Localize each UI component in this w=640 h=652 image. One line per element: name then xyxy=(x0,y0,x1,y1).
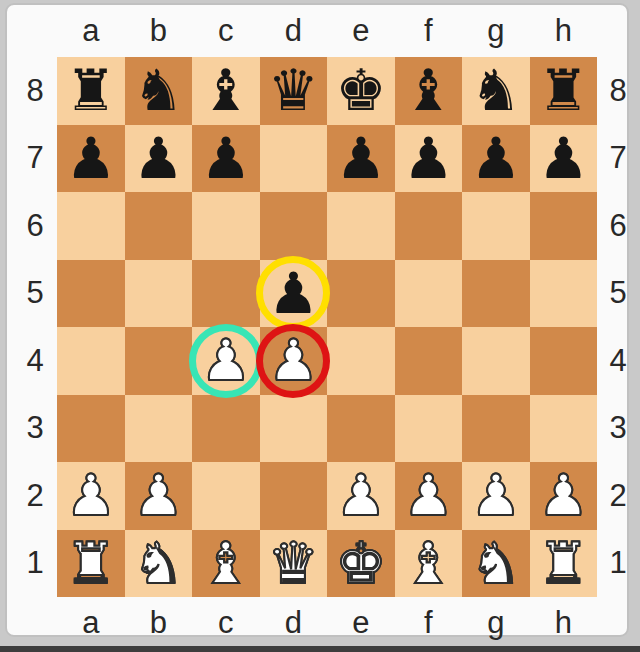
rank-label-3: 3 xyxy=(16,395,54,463)
piece-white-knight-g1[interactable]: ♞ xyxy=(462,530,530,598)
empty-a3 xyxy=(57,395,125,463)
piece-white-bishop-c1[interactable]: ♝ xyxy=(192,530,260,598)
file-label-f: f xyxy=(395,13,463,49)
piece-black-pawn-b7[interactable]: ♟ xyxy=(125,125,193,193)
file-label-g: g xyxy=(462,605,530,641)
piece-white-pawn-c4[interactable]: ♟ xyxy=(192,327,260,395)
empty-e6 xyxy=(327,192,395,260)
bottom-dark-bar xyxy=(0,646,640,652)
piece-black-king-e8[interactable]: ♚ xyxy=(327,57,395,125)
empty-b3 xyxy=(125,395,193,463)
piece-black-pawn-a7[interactable]: ♟ xyxy=(57,125,125,193)
piece-white-rook-h1[interactable]: ♜ xyxy=(530,530,598,598)
rank-label-1: 1 xyxy=(16,530,54,598)
empty-h5 xyxy=(530,260,598,328)
empty-f4 xyxy=(395,327,463,395)
piece-black-pawn-c7[interactable]: ♟ xyxy=(192,125,260,193)
empty-c6 xyxy=(192,192,260,260)
piece-black-bishop-f8[interactable]: ♝ xyxy=(395,57,463,125)
rank-label-6: 6 xyxy=(16,192,54,260)
empty-b6 xyxy=(125,192,193,260)
piece-white-knight-b1[interactable]: ♞ xyxy=(125,530,193,598)
empty-d2 xyxy=(260,462,328,530)
piece-black-knight-b8[interactable]: ♞ xyxy=(125,57,193,125)
file-label-g: g xyxy=(462,13,530,49)
rank-label-2: 2 xyxy=(16,462,54,530)
rank-label-7: 7 xyxy=(599,125,637,193)
file-label-c: c xyxy=(192,605,260,641)
rank-label-4: 4 xyxy=(599,327,637,395)
piece-black-rook-h8[interactable]: ♜ xyxy=(530,57,598,125)
empty-f6 xyxy=(395,192,463,260)
empty-b5 xyxy=(125,260,193,328)
piece-white-king-e1[interactable]: ♚ xyxy=(327,530,395,598)
pieces-layer: ♜♞♝♛♚♝♞♜♟♟♟♟♟♟♟♟♟♟♟♟♟♟♟♟♜♞♝♛♚♝♞♜ xyxy=(57,57,597,597)
empty-d6 xyxy=(260,192,328,260)
empty-a4 xyxy=(57,327,125,395)
file-label-b: b xyxy=(125,13,193,49)
file-label-h: h xyxy=(530,605,598,641)
empty-a6 xyxy=(57,192,125,260)
empty-c3 xyxy=(192,395,260,463)
piece-black-pawn-g7[interactable]: ♟ xyxy=(462,125,530,193)
piece-black-pawn-d5[interactable]: ♟ xyxy=(260,260,328,328)
empty-f5 xyxy=(395,260,463,328)
empty-b4 xyxy=(125,327,193,395)
piece-black-knight-g8[interactable]: ♞ xyxy=(462,57,530,125)
file-label-d: d xyxy=(260,605,328,641)
piece-black-queen-d8[interactable]: ♛ xyxy=(260,57,328,125)
file-label-c: c xyxy=(192,13,260,49)
empty-a5 xyxy=(57,260,125,328)
empty-c2 xyxy=(192,462,260,530)
rank-label-5: 5 xyxy=(16,260,54,328)
piece-black-rook-a8[interactable]: ♜ xyxy=(57,57,125,125)
piece-white-queen-d1[interactable]: ♛ xyxy=(260,530,328,598)
rank-label-4: 4 xyxy=(16,327,54,395)
piece-white-bishop-f1[interactable]: ♝ xyxy=(395,530,463,598)
rank-labels-left: 87654321 xyxy=(16,57,54,597)
piece-black-bishop-c8[interactable]: ♝ xyxy=(192,57,260,125)
rank-label-8: 8 xyxy=(599,57,637,125)
file-label-h: h xyxy=(530,13,598,49)
piece-white-pawn-b2[interactable]: ♟ xyxy=(125,462,193,530)
rank-label-2: 2 xyxy=(599,462,637,530)
rank-label-5: 5 xyxy=(599,260,637,328)
file-labels-bottom: abcdefgh xyxy=(57,600,597,646)
empty-g6 xyxy=(462,192,530,260)
empty-h3 xyxy=(530,395,598,463)
piece-black-pawn-f7[interactable]: ♟ xyxy=(395,125,463,193)
empty-e3 xyxy=(327,395,395,463)
piece-white-pawn-h2[interactable]: ♟ xyxy=(530,462,598,530)
file-label-f: f xyxy=(395,605,463,641)
empty-h6 xyxy=(530,192,598,260)
empty-h4 xyxy=(530,327,598,395)
empty-g4 xyxy=(462,327,530,395)
empty-c5 xyxy=(192,260,260,328)
empty-f3 xyxy=(395,395,463,463)
piece-white-pawn-g2[interactable]: ♟ xyxy=(462,462,530,530)
rank-label-7: 7 xyxy=(16,125,54,193)
piece-white-pawn-d4[interactable]: ♟ xyxy=(260,327,328,395)
file-label-e: e xyxy=(327,605,395,641)
rank-label-3: 3 xyxy=(599,395,637,463)
piece-black-pawn-e7[interactable]: ♟ xyxy=(327,125,395,193)
rank-label-6: 6 xyxy=(599,192,637,260)
empty-g3 xyxy=(462,395,530,463)
empty-e5 xyxy=(327,260,395,328)
piece-white-pawn-a2[interactable]: ♟ xyxy=(57,462,125,530)
empty-d3 xyxy=(260,395,328,463)
empty-g5 xyxy=(462,260,530,328)
file-label-e: e xyxy=(327,13,395,49)
piece-black-pawn-h7[interactable]: ♟ xyxy=(530,125,598,193)
file-labels-top: abcdefgh xyxy=(57,8,597,54)
empty-e4 xyxy=(327,327,395,395)
piece-white-pawn-f2[interactable]: ♟ xyxy=(395,462,463,530)
rank-label-8: 8 xyxy=(16,57,54,125)
rank-labels-right: 87654321 xyxy=(599,57,637,597)
file-label-d: d xyxy=(260,13,328,49)
chess-diagram-card: abcdefgh 87654321 87654321 abcdefgh ♜♞♝♛… xyxy=(5,3,629,637)
rank-label-1: 1 xyxy=(599,530,637,598)
file-label-b: b xyxy=(125,605,193,641)
empty-d7 xyxy=(260,125,328,193)
file-label-a: a xyxy=(57,605,125,641)
video-frame: abcdefgh 87654321 87654321 abcdefgh ♜♞♝♛… xyxy=(0,0,640,652)
piece-white-pawn-e2[interactable]: ♟ xyxy=(327,462,395,530)
file-label-a: a xyxy=(57,13,125,49)
piece-white-rook-a1[interactable]: ♜ xyxy=(57,530,125,598)
